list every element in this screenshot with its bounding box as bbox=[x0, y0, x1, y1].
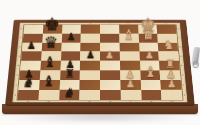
black-pawn[interactable]: ♟ bbox=[27, 41, 36, 51]
square-r7c6[interactable]: ♟ bbox=[120, 80, 141, 90]
coord-label: 1 bbox=[183, 94, 185, 96]
square-r8c5[interactable] bbox=[100, 90, 121, 100]
square-r8c2[interactable] bbox=[38, 90, 59, 100]
square-r7c1[interactable]: ♞ bbox=[18, 80, 39, 90]
square-r5c2[interactable]: ♝ bbox=[40, 61, 60, 70]
coords-bottom: abcdefgh bbox=[17, 100, 182, 102]
coord-label: 4 bbox=[181, 65, 183, 67]
coord-label: 6 bbox=[179, 46, 181, 48]
black-knight[interactable]: ♞ bbox=[23, 77, 34, 90]
white-queen[interactable]: ♛ bbox=[141, 26, 155, 42]
white-bishop[interactable]: ♝ bbox=[144, 65, 157, 80]
square-r5c4[interactable] bbox=[80, 61, 100, 70]
white-pawn[interactable]: ♟ bbox=[105, 50, 114, 60]
black-queen[interactable]: ♛ bbox=[44, 35, 58, 51]
square-r4c6[interactable] bbox=[120, 52, 140, 61]
coord-label: 2 bbox=[15, 84, 17, 86]
square-r1c4[interactable] bbox=[81, 25, 100, 34]
square-r3c3[interactable] bbox=[61, 42, 81, 51]
chess-board: abcdefgh abcdefgh 87654321 87654321 ♚♚♟♝… bbox=[5, 20, 195, 106]
metal-latch bbox=[192, 47, 200, 65]
square-r4c1[interactable] bbox=[21, 52, 41, 61]
white-pawn[interactable]: ♟ bbox=[145, 50, 154, 60]
square-r1c5[interactable] bbox=[100, 25, 119, 34]
square-r3c2[interactable]: ♛ bbox=[41, 42, 61, 51]
square-r7c8[interactable]: ♟ bbox=[160, 80, 181, 90]
square-r7c7[interactable] bbox=[140, 80, 161, 90]
square-r4c4[interactable]: ♟ bbox=[80, 52, 100, 61]
white-pawn[interactable]: ♟ bbox=[166, 79, 176, 90]
square-r4c7[interactable]: ♟ bbox=[139, 52, 159, 61]
black-knight[interactable]: ♞ bbox=[63, 87, 75, 100]
square-r8c8[interactable] bbox=[161, 90, 182, 100]
coord-label: 8 bbox=[177, 28, 179, 30]
board-grid: ♚♚♟♝♛♟♛♞♟♟♟♝♟♜♟♜♟♝♟♞♝♟♟♞ bbox=[18, 25, 183, 100]
square-r5c5[interactable] bbox=[100, 61, 120, 70]
square-r4c5[interactable]: ♟ bbox=[100, 52, 120, 61]
square-r6c5[interactable] bbox=[100, 70, 120, 80]
square-r1c8[interactable] bbox=[157, 25, 177, 34]
square-r6c3[interactable]: ♜ bbox=[60, 70, 80, 80]
coord-label: 3 bbox=[182, 74, 184, 76]
black-rook[interactable]: ♜ bbox=[65, 68, 75, 80]
square-r8c4[interactable] bbox=[79, 90, 100, 100]
square-r2c5[interactable] bbox=[100, 34, 119, 43]
square-r7c4[interactable] bbox=[80, 80, 100, 90]
square-r2c3[interactable]: ♟ bbox=[61, 34, 81, 43]
square-r8c3[interactable]: ♞ bbox=[59, 90, 80, 100]
square-r8c7[interactable] bbox=[141, 90, 162, 100]
square-r2c6[interactable]: ♝ bbox=[119, 34, 139, 43]
coord-label: 5 bbox=[18, 55, 20, 57]
white-bishop[interactable]: ♝ bbox=[123, 28, 136, 42]
square-r3c8[interactable]: ♞ bbox=[158, 42, 178, 51]
square-r3c6[interactable] bbox=[119, 42, 139, 51]
black-bishop[interactable]: ♝ bbox=[42, 75, 55, 90]
square-r8c1[interactable] bbox=[18, 90, 39, 100]
black-bishop[interactable]: ♝ bbox=[44, 55, 57, 69]
square-r7c2[interactable]: ♝ bbox=[39, 80, 60, 90]
coord-label: 8 bbox=[21, 28, 23, 30]
black-king[interactable]: ♚ bbox=[44, 16, 60, 34]
square-r2c7[interactable]: ♛ bbox=[138, 34, 158, 43]
white-knight[interactable]: ♞ bbox=[163, 39, 174, 51]
square-r3c1[interactable]: ♟ bbox=[22, 42, 42, 51]
square-r2c4[interactable] bbox=[81, 34, 100, 43]
chess-set-photo: abcdefgh abcdefgh 87654321 87654321 ♚♚♟♝… bbox=[0, 0, 200, 125]
square-r6c7[interactable]: ♝ bbox=[140, 70, 161, 80]
white-pawn[interactable]: ♟ bbox=[126, 79, 136, 90]
coord-label: 3 bbox=[16, 74, 18, 76]
coord-label: 4 bbox=[17, 65, 19, 67]
black-pawn[interactable]: ♟ bbox=[66, 32, 75, 42]
coord-label: 1 bbox=[14, 94, 16, 96]
square-r8c6[interactable] bbox=[120, 90, 141, 100]
square-r7c5[interactable] bbox=[100, 80, 120, 90]
square-r6c4[interactable] bbox=[80, 70, 100, 80]
coord-label: 2 bbox=[183, 84, 185, 86]
square-r1c1[interactable] bbox=[24, 25, 44, 34]
black-pawn[interactable]: ♟ bbox=[85, 50, 94, 60]
coord-label: 7 bbox=[20, 37, 22, 39]
coord-label: 7 bbox=[178, 37, 180, 39]
coord-label: 5 bbox=[180, 55, 182, 57]
coord-label: 6 bbox=[19, 46, 21, 48]
